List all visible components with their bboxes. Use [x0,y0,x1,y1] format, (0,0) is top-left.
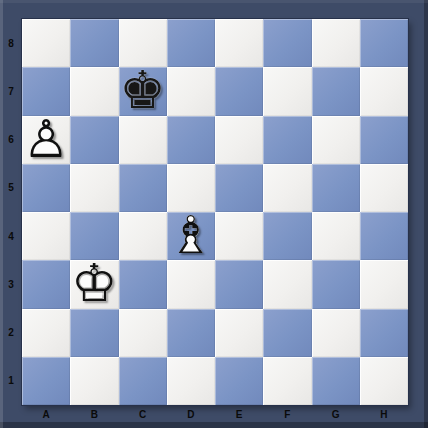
square-c1[interactable] [119,357,167,405]
square-h7[interactable] [360,67,408,115]
square-a2[interactable] [22,309,70,357]
square-h2[interactable] [360,309,408,357]
file-labels: ABCDEFGH [22,405,408,423]
file-label-a: A [22,405,70,423]
white-pawn-a6[interactable]: ♟♙ [22,116,70,164]
square-d2[interactable] [167,309,215,357]
square-e4[interactable] [215,212,263,260]
square-d6[interactable] [167,116,215,164]
black-king-c7[interactable]: ♚ [119,67,167,115]
square-f3[interactable] [263,260,311,308]
square-g2[interactable] [312,309,360,357]
square-h6[interactable] [360,116,408,164]
square-c4[interactable] [119,212,167,260]
rank-label-5: 5 [0,164,22,212]
square-g6[interactable] [312,116,360,164]
square-c5[interactable] [119,164,167,212]
square-a8[interactable] [22,19,70,67]
square-h1[interactable] [360,357,408,405]
square-e2[interactable] [215,309,263,357]
rank-label-3: 3 [0,260,22,308]
rank-label-6: 6 [0,116,22,164]
square-f1[interactable] [263,357,311,405]
square-e1[interactable] [215,357,263,405]
file-label-e: E [215,405,263,423]
square-f8[interactable] [263,19,311,67]
square-g5[interactable] [312,164,360,212]
square-f7[interactable] [263,67,311,115]
square-g8[interactable] [312,19,360,67]
chess-board: ♚♟♙♝♗♚♔ [22,19,408,405]
square-b1[interactable] [70,357,118,405]
square-d7[interactable] [167,67,215,115]
square-c7[interactable]: ♚ [119,67,167,115]
white-king-b3[interactable]: ♚♔ [70,260,118,308]
square-d4[interactable]: ♝♗ [167,212,215,260]
rank-labels: 87654321 [0,19,22,405]
square-b5[interactable] [70,164,118,212]
square-g4[interactable] [312,212,360,260]
file-label-f: F [263,405,311,423]
square-c6[interactable] [119,116,167,164]
square-e8[interactable] [215,19,263,67]
square-b7[interactable] [70,67,118,115]
square-f2[interactable] [263,309,311,357]
square-h3[interactable] [360,260,408,308]
square-e5[interactable] [215,164,263,212]
square-f5[interactable] [263,164,311,212]
file-label-c: C [119,405,167,423]
square-f4[interactable] [263,212,311,260]
square-c3[interactable] [119,260,167,308]
square-g7[interactable] [312,67,360,115]
rank-label-4: 4 [0,212,22,260]
square-g1[interactable] [312,357,360,405]
square-h4[interactable] [360,212,408,260]
square-e7[interactable] [215,67,263,115]
square-h5[interactable] [360,164,408,212]
square-c2[interactable] [119,309,167,357]
square-a4[interactable] [22,212,70,260]
rank-label-8: 8 [0,19,22,67]
square-d8[interactable] [167,19,215,67]
rank-label-2: 2 [0,309,22,357]
file-label-g: G [312,405,360,423]
square-b3[interactable]: ♚♔ [70,260,118,308]
square-a5[interactable] [22,164,70,212]
file-label-d: D [167,405,215,423]
rank-label-7: 7 [0,67,22,115]
chess-diagram-frame: 87654321 ♚♟♙♝♗♚♔ ABCDEFGH [0,0,428,428]
square-a6[interactable]: ♟♙ [22,116,70,164]
file-label-b: B [70,405,118,423]
square-e6[interactable] [215,116,263,164]
white-bishop-d4[interactable]: ♝♗ [167,212,215,260]
square-e3[interactable] [215,260,263,308]
square-b6[interactable] [70,116,118,164]
square-a3[interactable] [22,260,70,308]
square-g3[interactable] [312,260,360,308]
square-f6[interactable] [263,116,311,164]
rank-label-1: 1 [0,357,22,405]
square-b2[interactable] [70,309,118,357]
file-label-h: H [360,405,408,423]
square-d1[interactable] [167,357,215,405]
square-a1[interactable] [22,357,70,405]
square-b8[interactable] [70,19,118,67]
square-d3[interactable] [167,260,215,308]
square-h8[interactable] [360,19,408,67]
